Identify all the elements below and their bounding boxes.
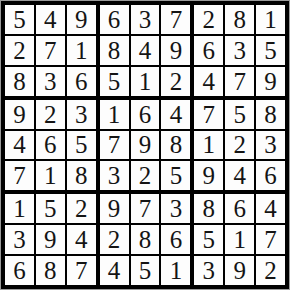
box-8: 973286451 xyxy=(100,194,191,285)
cell-r6c4[interactable]: 3 xyxy=(100,161,129,190)
cell-r2c3[interactable]: 1 xyxy=(67,36,96,65)
cell-r6c5[interactable]: 2 xyxy=(131,161,160,190)
cell-r7c8[interactable]: 6 xyxy=(225,194,254,223)
cell-r3c9[interactable]: 9 xyxy=(256,67,285,96)
cell-r6c3[interactable]: 8 xyxy=(67,161,96,190)
cell-r6c6[interactable]: 5 xyxy=(161,161,190,190)
cell-r2c5[interactable]: 4 xyxy=(131,36,160,65)
box-1: 549271836 xyxy=(5,5,96,96)
cell-r6c9[interactable]: 6 xyxy=(256,161,285,190)
box-3: 281635479 xyxy=(194,5,285,96)
cell-r3c7[interactable]: 4 xyxy=(194,67,223,96)
cell-r5c1[interactable]: 4 xyxy=(5,131,34,160)
cell-r5c8[interactable]: 2 xyxy=(225,131,254,160)
cell-r1c2[interactable]: 4 xyxy=(36,5,65,34)
cell-r8c2[interactable]: 9 xyxy=(36,225,65,254)
cell-r1c3[interactable]: 9 xyxy=(67,5,96,34)
cell-r7c6[interactable]: 3 xyxy=(161,194,190,223)
cell-r9c4[interactable]: 4 xyxy=(100,256,129,285)
cell-r3c1[interactable]: 8 xyxy=(5,67,34,96)
cell-r8c9[interactable]: 7 xyxy=(256,225,285,254)
cell-r5c3[interactable]: 5 xyxy=(67,131,96,160)
cell-r2c2[interactable]: 7 xyxy=(36,36,65,65)
cell-r3c6[interactable]: 2 xyxy=(161,67,190,96)
cell-r5c7[interactable]: 1 xyxy=(194,131,223,160)
cell-r9c5[interactable]: 5 xyxy=(131,256,160,285)
cell-r4c1[interactable]: 9 xyxy=(5,100,34,129)
cell-r6c2[interactable]: 1 xyxy=(36,161,65,190)
cell-r1c9[interactable]: 1 xyxy=(256,5,285,34)
cell-r8c3[interactable]: 4 xyxy=(67,225,96,254)
cell-r5c4[interactable]: 7 xyxy=(100,131,129,160)
cell-r7c7[interactable]: 8 xyxy=(194,194,223,223)
cell-r7c1[interactable]: 1 xyxy=(5,194,34,223)
cell-r7c4[interactable]: 9 xyxy=(100,194,129,223)
cell-r8c1[interactable]: 3 xyxy=(5,225,34,254)
cell-r9c6[interactable]: 1 xyxy=(161,256,190,285)
cell-r7c3[interactable]: 2 xyxy=(67,194,96,223)
cell-r4c7[interactable]: 7 xyxy=(194,100,223,129)
cell-r2c9[interactable]: 5 xyxy=(256,36,285,65)
cell-r6c1[interactable]: 7 xyxy=(5,161,34,190)
cell-r6c8[interactable]: 4 xyxy=(225,161,254,190)
box-4: 923465718 xyxy=(5,100,96,191)
cell-r9c7[interactable]: 3 xyxy=(194,256,223,285)
cell-r4c9[interactable]: 8 xyxy=(256,100,285,129)
cell-r4c5[interactable]: 6 xyxy=(131,100,160,129)
cell-r9c1[interactable]: 6 xyxy=(5,256,34,285)
cell-r3c2[interactable]: 3 xyxy=(36,67,65,96)
cell-r5c9[interactable]: 3 xyxy=(256,131,285,160)
cell-r3c8[interactable]: 7 xyxy=(225,67,254,96)
box-5: 164798325 xyxy=(100,100,191,191)
cell-r2c6[interactable]: 9 xyxy=(161,36,190,65)
cell-r1c6[interactable]: 7 xyxy=(161,5,190,34)
cell-r1c7[interactable]: 2 xyxy=(194,5,223,34)
cell-r7c2[interactable]: 5 xyxy=(36,194,65,223)
cell-r4c2[interactable]: 2 xyxy=(36,100,65,129)
cell-r8c4[interactable]: 2 xyxy=(100,225,129,254)
cell-r2c7[interactable]: 6 xyxy=(194,36,223,65)
cell-r8c7[interactable]: 5 xyxy=(194,225,223,254)
cell-r4c4[interactable]: 1 xyxy=(100,100,129,129)
cell-r5c6[interactable]: 8 xyxy=(161,131,190,160)
cell-r1c5[interactable]: 3 xyxy=(131,5,160,34)
cell-r1c4[interactable]: 6 xyxy=(100,5,129,34)
box-7: 152394687 xyxy=(5,194,96,285)
cell-r9c3[interactable]: 7 xyxy=(67,256,96,285)
cell-r2c4[interactable]: 8 xyxy=(100,36,129,65)
cell-r3c3[interactable]: 6 xyxy=(67,67,96,96)
box-9: 864517392 xyxy=(194,194,285,285)
cell-r7c9[interactable]: 4 xyxy=(256,194,285,223)
cell-r4c6[interactable]: 4 xyxy=(161,100,190,129)
cell-r3c4[interactable]: 5 xyxy=(100,67,129,96)
cell-r8c6[interactable]: 6 xyxy=(161,225,190,254)
cell-r8c5[interactable]: 8 xyxy=(131,225,160,254)
cell-r5c5[interactable]: 9 xyxy=(131,131,160,160)
cell-r2c8[interactable]: 3 xyxy=(225,36,254,65)
box-2: 637849512 xyxy=(100,5,191,96)
cell-r8c8[interactable]: 1 xyxy=(225,225,254,254)
cell-r5c2[interactable]: 6 xyxy=(36,131,65,160)
cell-r9c9[interactable]: 2 xyxy=(256,256,285,285)
cell-r7c5[interactable]: 7 xyxy=(131,194,160,223)
sudoku-board: 5492718366378495122816354799234657181647… xyxy=(0,0,290,290)
cell-r4c3[interactable]: 3 xyxy=(67,100,96,129)
cell-r2c1[interactable]: 2 xyxy=(5,36,34,65)
cell-r3c5[interactable]: 1 xyxy=(131,67,160,96)
cell-r1c8[interactable]: 8 xyxy=(225,5,254,34)
cell-r4c8[interactable]: 5 xyxy=(225,100,254,129)
cell-r9c8[interactable]: 9 xyxy=(225,256,254,285)
box-6: 758123946 xyxy=(194,100,285,191)
cell-r6c7[interactable]: 9 xyxy=(194,161,223,190)
cell-r9c2[interactable]: 8 xyxy=(36,256,65,285)
cell-r1c1[interactable]: 5 xyxy=(5,5,34,34)
